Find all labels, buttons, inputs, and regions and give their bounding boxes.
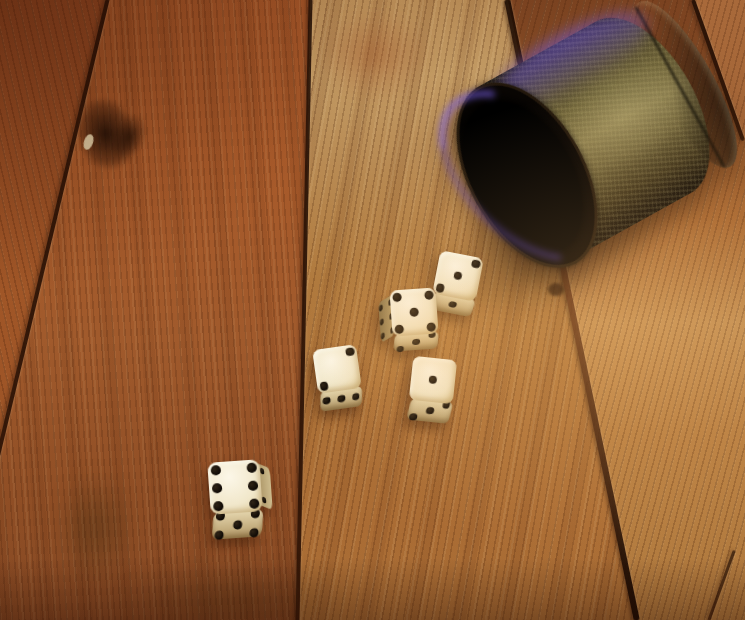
- pip: [396, 346, 404, 353]
- pip: [215, 530, 224, 540]
- pip: [379, 304, 383, 312]
- pip: [248, 480, 259, 491]
- pip: [394, 325, 403, 334]
- die-top-face: [432, 250, 484, 302]
- pip: [213, 501, 224, 512]
- die-4[interactable]: [409, 356, 457, 404]
- pip: [319, 382, 328, 391]
- pip: [247, 462, 258, 473]
- pip: [448, 301, 457, 308]
- pip: [427, 322, 436, 331]
- pip: [352, 393, 359, 401]
- die-5[interactable]: [207, 459, 263, 515]
- pip: [250, 528, 259, 538]
- pip: [233, 519, 242, 529]
- die-top-face: [389, 287, 438, 336]
- pip: [409, 307, 418, 316]
- pip: [409, 413, 418, 421]
- pip: [381, 333, 385, 341]
- pip: [249, 499, 260, 510]
- pip: [210, 465, 221, 476]
- die-top-face: [207, 459, 263, 515]
- die-3[interactable]: [312, 344, 362, 394]
- pip: [212, 483, 223, 494]
- pip: [345, 347, 354, 356]
- pip: [471, 259, 481, 269]
- dice-layer: [0, 0, 745, 620]
- scene: [0, 0, 745, 620]
- pip: [392, 292, 401, 301]
- pip: [412, 338, 420, 345]
- die-top-face: [312, 344, 362, 394]
- pip: [425, 407, 434, 415]
- pip: [262, 497, 266, 504]
- pip: [337, 395, 344, 403]
- pip: [380, 318, 384, 326]
- pip: [260, 468, 264, 475]
- pip: [453, 271, 463, 281]
- die-2[interactable]: [389, 287, 438, 336]
- die-1[interactable]: [432, 250, 484, 302]
- pip: [323, 397, 330, 405]
- pip: [424, 290, 433, 299]
- pip: [435, 283, 445, 293]
- pip: [428, 375, 437, 384]
- die-top-face: [409, 356, 457, 404]
